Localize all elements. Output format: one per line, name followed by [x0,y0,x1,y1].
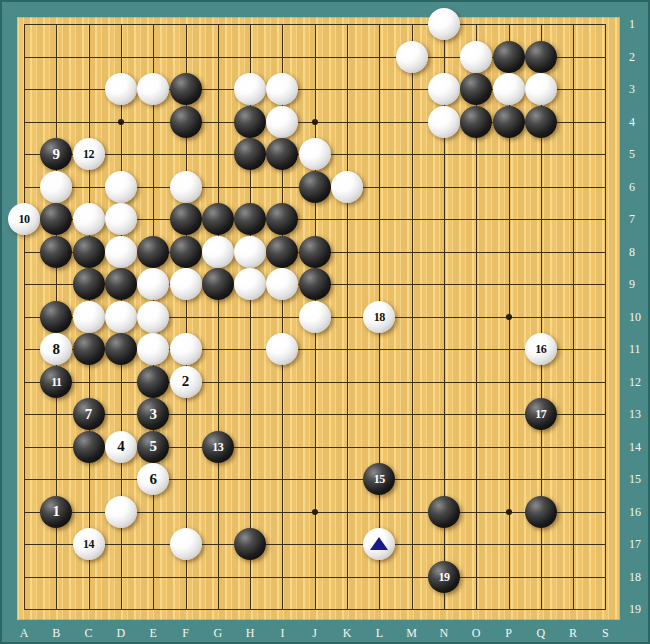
stone-F6[interactable] [170,171,202,203]
stone-L10[interactable]: 18 [363,301,395,333]
row-label-14: 14 [629,439,650,455]
col-label-G: G [208,624,228,642]
grid-line-v-K [347,24,348,610]
row-label-5: 5 [629,146,650,162]
move-number-6: 6 [149,472,157,487]
stone-D11[interactable] [105,333,137,365]
stone-B6[interactable] [40,171,72,203]
stone-Q4[interactable] [525,106,557,138]
stone-E9[interactable] [137,268,169,300]
move-number-1: 1 [53,504,61,519]
stone-G8[interactable] [202,236,234,268]
stone-D3[interactable] [105,73,137,105]
stone-F7[interactable] [170,203,202,235]
row-label-1: 1 [629,16,650,32]
stone-Q16[interactable] [525,496,557,528]
stone-H7[interactable] [234,203,266,235]
col-label-O: O [466,624,486,642]
row-label-11: 11 [629,341,650,357]
stone-Q2[interactable] [525,41,557,73]
stone-J9[interactable] [299,268,331,300]
stone-H4[interactable] [234,106,266,138]
stone-G9[interactable] [202,268,234,300]
stone-C9[interactable] [73,268,105,300]
row-label-3: 3 [629,81,650,97]
move-number-4: 4 [117,439,125,454]
stone-F3[interactable] [170,73,202,105]
star-point-D4 [118,119,124,125]
stone-N3[interactable] [428,73,460,105]
row-label-7: 7 [629,211,650,227]
move-number-18: 18 [374,311,385,323]
stone-F4[interactable] [170,106,202,138]
stone-J5[interactable] [299,138,331,170]
stone-H8[interactable] [234,236,266,268]
stone-Q13[interactable]: 17 [525,398,557,430]
col-label-H: H [240,624,260,642]
stone-E11[interactable] [137,333,169,365]
col-label-B: B [46,624,66,642]
stone-D6[interactable] [105,171,137,203]
move-number-15: 15 [374,473,385,485]
star-point-P16 [506,509,512,515]
row-label-8: 8 [629,244,650,260]
stone-D14[interactable]: 4 [105,431,137,463]
row-label-9: 9 [629,276,650,292]
col-label-K: K [337,624,357,642]
row-label-13: 13 [629,406,650,422]
col-label-P: P [499,624,519,642]
stone-A7[interactable]: 10 [8,203,40,235]
stone-E3[interactable] [137,73,169,105]
move-number-17: 17 [535,408,546,420]
stone-F8[interactable] [170,236,202,268]
stone-D9[interactable] [105,268,137,300]
stone-J10[interactable] [299,301,331,333]
col-label-I: I [272,624,292,642]
stone-F11[interactable] [170,333,202,365]
stone-E8[interactable] [137,236,169,268]
stone-F17[interactable] [170,528,202,560]
last-move-triangle-icon [370,537,388,550]
col-label-N: N [434,624,454,642]
move-number-8: 8 [53,342,61,357]
stone-C5[interactable]: 12 [73,138,105,170]
stone-O3[interactable] [460,73,492,105]
grid-line-h-13 [24,414,606,415]
grid-line-h-19 [24,609,606,610]
col-label-D: D [111,624,131,642]
stone-P3[interactable] [493,73,525,105]
stone-C14[interactable] [73,431,105,463]
stone-E15[interactable]: 6 [137,463,169,495]
stone-N4[interactable] [428,106,460,138]
col-label-M: M [402,624,422,642]
row-label-16: 16 [629,504,650,520]
stone-D10[interactable] [105,301,137,333]
stone-H17[interactable] [234,528,266,560]
move-number-16: 16 [535,343,546,355]
move-number-19: 19 [438,571,449,583]
stone-N16[interactable] [428,496,460,528]
stone-E10[interactable] [137,301,169,333]
col-label-R: R [563,624,583,642]
stone-Q3[interactable] [525,73,557,105]
star-point-J16 [312,509,318,515]
col-label-L: L [369,624,389,642]
stone-E14[interactable]: 5 [137,431,169,463]
row-label-17: 17 [629,536,650,552]
stone-K6[interactable] [331,171,363,203]
col-label-Q: Q [531,624,551,642]
stone-B12[interactable]: 11 [40,366,72,398]
col-label-J: J [305,624,325,642]
stone-C17[interactable]: 14 [73,528,105,560]
stone-N18[interactable]: 19 [428,561,460,593]
stone-H3[interactable] [234,73,266,105]
move-number-12: 12 [83,148,94,160]
stone-P2[interactable] [493,41,525,73]
col-label-A: A [14,624,34,642]
grid-line-h-18 [24,577,606,578]
stone-O2[interactable] [460,41,492,73]
stone-D16[interactable] [105,496,137,528]
move-number-14: 14 [83,538,94,550]
stone-D8[interactable] [105,236,137,268]
grid-line-h-15 [24,479,606,480]
stone-P4[interactable] [493,106,525,138]
row-label-10: 10 [629,309,650,325]
grid-line-h-12 [24,382,606,383]
stone-F9[interactable] [170,268,202,300]
move-number-2: 2 [182,374,190,389]
stone-I8[interactable] [266,236,298,268]
grid-line-v-R [573,24,574,610]
row-label-12: 12 [629,374,650,390]
row-label-4: 4 [629,114,650,130]
grid-line-v-M [412,24,413,610]
stone-B16[interactable]: 1 [40,496,72,528]
stone-O4[interactable] [460,106,492,138]
stone-G14[interactable]: 13 [202,431,234,463]
row-label-2: 2 [629,49,650,65]
move-number-3: 3 [149,407,157,422]
move-number-9: 9 [53,147,61,162]
stone-B8[interactable] [40,236,72,268]
stone-G7[interactable] [202,203,234,235]
move-number-5: 5 [149,439,157,454]
move-number-7: 7 [85,407,93,422]
grid-line-h-17 [24,544,606,545]
stone-E12[interactable] [137,366,169,398]
stone-F12[interactable]: 2 [170,366,202,398]
stone-C10[interactable] [73,301,105,333]
row-label-6: 6 [629,179,650,195]
star-point-J4 [312,119,318,125]
stone-B10[interactable] [40,301,72,333]
stone-D7[interactable] [105,203,137,235]
stone-C11[interactable] [73,333,105,365]
stone-C13[interactable]: 7 [73,398,105,430]
stone-Q11[interactable]: 16 [525,333,557,365]
col-label-C: C [79,624,99,642]
stone-J6[interactable] [299,171,331,203]
grid-line-v-S [605,24,606,610]
stone-C8[interactable] [73,236,105,268]
stone-I4[interactable] [266,106,298,138]
move-number-13: 13 [212,441,223,453]
row-label-19: 19 [629,601,650,617]
move-number-10: 10 [19,213,30,225]
stone-H9[interactable] [234,268,266,300]
stone-J8[interactable] [299,236,331,268]
stone-M2[interactable] [396,41,428,73]
col-label-S: S [595,624,615,642]
board-frame: 91210188161127317451361511419 ABCDEFGHIJ… [0,0,650,644]
move-number-11: 11 [51,376,61,388]
star-point-P10 [506,314,512,320]
stone-H5[interactable] [234,138,266,170]
stone-N1[interactable] [428,8,460,40]
stone-C7[interactable] [73,203,105,235]
stone-E13[interactable]: 3 [137,398,169,430]
col-label-F: F [176,624,196,642]
row-label-18: 18 [629,569,650,585]
col-label-E: E [143,624,163,642]
row-label-15: 15 [629,471,650,487]
